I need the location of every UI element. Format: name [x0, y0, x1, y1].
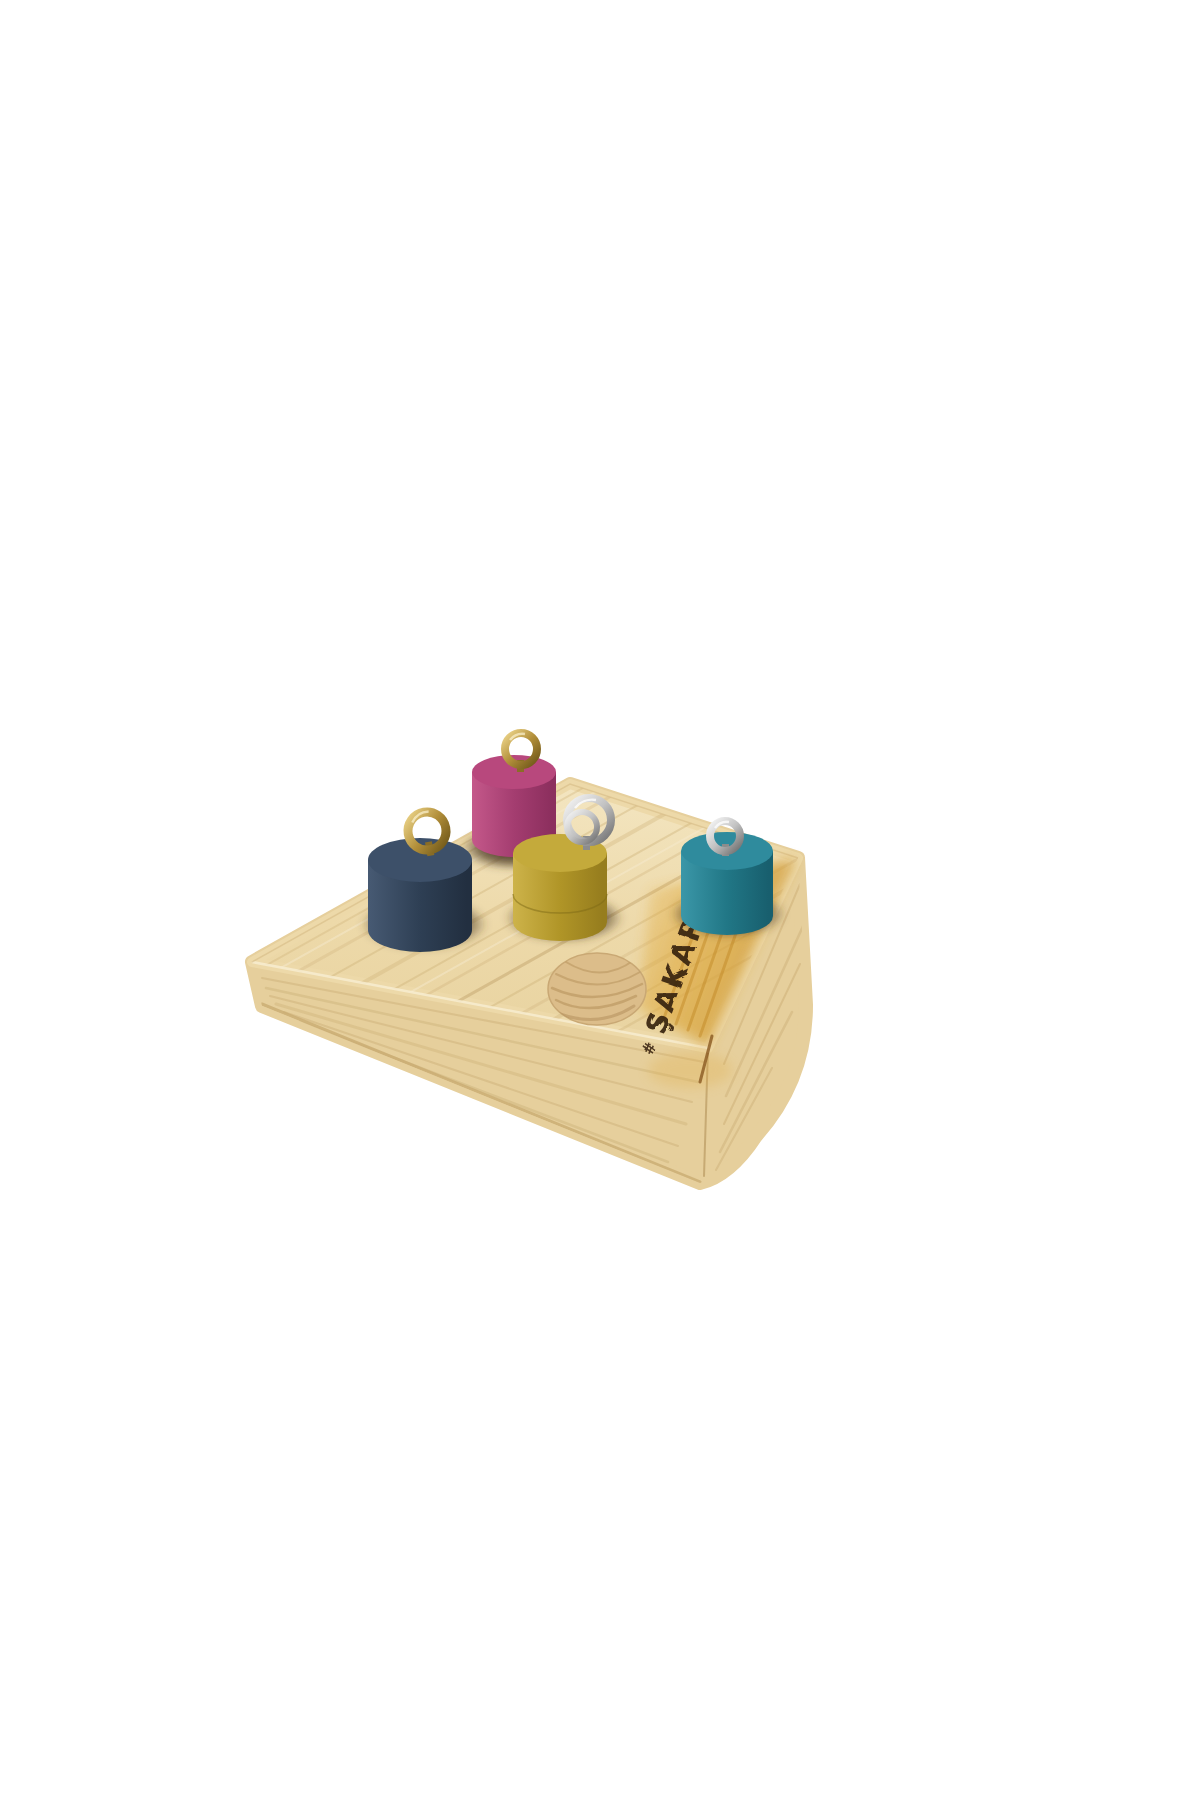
product-photo-page: ŞAKAPET # [0, 0, 1200, 1800]
peg-teal[interactable] [681, 821, 773, 935]
wood-disc[interactable] [548, 953, 646, 1025]
product-photo: ŞAKAPET # [0, 0, 1200, 1800]
